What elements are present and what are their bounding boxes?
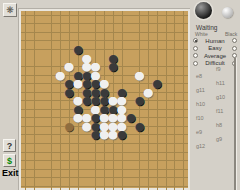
intersection[interactable] (162, 139, 171, 148)
intersection[interactable] (171, 139, 180, 148)
intersection[interactable] (153, 20, 162, 29)
intersection[interactable] (162, 54, 171, 63)
intersection[interactable] (21, 79, 30, 88)
intersection[interactable] (109, 11, 118, 20)
intersection[interactable] (47, 37, 56, 46)
intersection[interactable] (162, 165, 171, 174)
intersection[interactable] (30, 156, 39, 165)
intersection[interactable] (65, 165, 74, 174)
intersection[interactable] (21, 122, 30, 131)
intersection[interactable] (91, 156, 100, 165)
intersection[interactable] (171, 105, 180, 114)
intersection[interactable] (171, 71, 180, 80)
intersection[interactable] (135, 131, 144, 140)
intersection[interactable] (171, 96, 180, 105)
intersection[interactable] (162, 45, 171, 54)
intersection[interactable] (109, 71, 118, 80)
intersection[interactable] (153, 122, 162, 131)
intersection[interactable] (30, 37, 39, 46)
intersection[interactable] (179, 156, 188, 165)
intersection[interactable] (30, 173, 39, 182)
intersection[interactable] (39, 182, 48, 190)
intersection[interactable] (21, 165, 30, 174)
intersection[interactable] (39, 71, 48, 80)
intersection[interactable] (179, 139, 188, 148)
intersection[interactable] (144, 165, 153, 174)
intersection[interactable] (39, 88, 48, 97)
intersection[interactable] (135, 54, 144, 63)
intersection[interactable] (162, 156, 171, 165)
intersection[interactable] (118, 71, 127, 80)
intersection[interactable] (39, 62, 48, 71)
intersection[interactable] (153, 165, 162, 174)
intersection[interactable] (171, 156, 180, 165)
intersection[interactable] (83, 28, 92, 37)
intersection[interactable] (30, 20, 39, 29)
intersection[interactable] (100, 28, 109, 37)
intersection[interactable] (21, 88, 30, 97)
intersection[interactable] (171, 148, 180, 157)
intersection[interactable] (91, 139, 100, 148)
intersection[interactable] (153, 105, 162, 114)
intersection[interactable] (30, 105, 39, 114)
intersection[interactable] (118, 45, 127, 54)
intersection[interactable] (153, 148, 162, 157)
intersection[interactable] (162, 20, 171, 29)
intersection[interactable] (135, 165, 144, 174)
intersection[interactable] (39, 165, 48, 174)
intersection[interactable] (144, 54, 153, 63)
intersection[interactable] (56, 28, 65, 37)
intersection[interactable] (21, 96, 30, 105)
intersection[interactable] (100, 11, 109, 20)
intersection[interactable] (30, 96, 39, 105)
intersection[interactable] (83, 37, 92, 46)
intersection[interactable] (83, 139, 92, 148)
intersection[interactable] (83, 148, 92, 157)
intersection[interactable] (127, 54, 136, 63)
intersection[interactable] (171, 88, 180, 97)
intersection[interactable] (109, 173, 118, 182)
white-easy-radio[interactable] (193, 46, 198, 51)
intersection[interactable] (135, 45, 144, 54)
intersection[interactable] (127, 156, 136, 165)
intersection[interactable] (100, 20, 109, 29)
intersection[interactable] (144, 96, 153, 105)
intersection[interactable] (109, 20, 118, 29)
intersection[interactable] (21, 114, 30, 123)
intersection[interactable] (100, 148, 109, 157)
intersection[interactable] (179, 45, 188, 54)
intersection[interactable] (171, 114, 180, 123)
intersection[interactable] (47, 139, 56, 148)
intersection[interactable] (144, 131, 153, 140)
black-stone[interactable]: ● (153, 79, 162, 88)
intersection[interactable] (144, 122, 153, 131)
intersection[interactable] (47, 20, 56, 29)
intersection[interactable] (171, 37, 180, 46)
intersection[interactable] (109, 165, 118, 174)
intersection[interactable] (144, 173, 153, 182)
intersection[interactable] (171, 62, 180, 71)
intersection[interactable] (127, 11, 136, 20)
intersection[interactable] (100, 156, 109, 165)
intersection[interactable] (21, 131, 30, 140)
intersection[interactable] (47, 173, 56, 182)
intersection[interactable] (47, 28, 56, 37)
intersection[interactable] (39, 79, 48, 88)
intersection[interactable] (39, 37, 48, 46)
intersection[interactable] (65, 20, 74, 29)
intersection[interactable] (109, 28, 118, 37)
intersection[interactable] (153, 37, 162, 46)
intersection[interactable] (127, 28, 136, 37)
intersection[interactable] (127, 148, 136, 157)
intersection[interactable] (179, 165, 188, 174)
intersection[interactable] (39, 28, 48, 37)
intersection[interactable] (179, 122, 188, 131)
intersection[interactable] (74, 131, 83, 140)
intersection[interactable] (179, 96, 188, 105)
intersection[interactable] (127, 79, 136, 88)
intersection[interactable] (171, 79, 180, 88)
intersection[interactable] (47, 79, 56, 88)
intersection[interactable] (83, 20, 92, 29)
intersection[interactable] (91, 182, 100, 190)
intersection[interactable] (162, 122, 171, 131)
black-stone[interactable]: ● (109, 62, 118, 71)
intersection[interactable] (162, 28, 171, 37)
intersection[interactable] (30, 122, 39, 131)
intersection[interactable] (74, 28, 83, 37)
intersection[interactable] (83, 11, 92, 20)
intersection[interactable] (39, 122, 48, 131)
intersection[interactable] (171, 54, 180, 63)
intersection[interactable] (74, 148, 83, 157)
intersection[interactable] (162, 148, 171, 157)
intersection[interactable] (144, 105, 153, 114)
intersection[interactable] (74, 11, 83, 20)
intersection[interactable] (144, 139, 153, 148)
intersection[interactable] (30, 11, 39, 20)
intersection[interactable] (135, 105, 144, 114)
intersection[interactable] (47, 165, 56, 174)
intersection[interactable] (74, 139, 83, 148)
intersection[interactable] (179, 71, 188, 80)
intersection[interactable] (39, 156, 48, 165)
intersection[interactable] (171, 45, 180, 54)
intersection[interactable] (56, 156, 65, 165)
intersection[interactable] (74, 182, 83, 190)
intersection[interactable] (21, 173, 30, 182)
intersection[interactable] (127, 20, 136, 29)
intersection[interactable] (179, 182, 188, 190)
intersection[interactable] (135, 148, 144, 157)
black-stone[interactable]: ● (118, 131, 127, 140)
intersection[interactable] (47, 114, 56, 123)
intersection[interactable] (56, 165, 65, 174)
intersection[interactable] (56, 139, 65, 148)
intersection[interactable] (135, 156, 144, 165)
intersection[interactable] (118, 20, 127, 29)
intersection[interactable] (39, 131, 48, 140)
intersection[interactable] (162, 182, 171, 190)
intersection[interactable] (135, 173, 144, 182)
intersection[interactable] (30, 71, 39, 80)
intersection[interactable] (83, 156, 92, 165)
intersection[interactable] (179, 20, 188, 29)
intersection[interactable] (135, 182, 144, 190)
intersection[interactable] (30, 139, 39, 148)
intersection[interactable] (39, 54, 48, 63)
intersection[interactable] (91, 165, 100, 174)
intersection[interactable] (74, 165, 83, 174)
intersection[interactable] (56, 37, 65, 46)
intersection[interactable] (39, 105, 48, 114)
intersection[interactable] (21, 156, 30, 165)
intersection[interactable] (21, 148, 30, 157)
black-human-radio[interactable] (232, 38, 237, 43)
intersection[interactable] (30, 182, 39, 190)
intersection[interactable] (144, 28, 153, 37)
intersection[interactable] (83, 182, 92, 190)
intersection[interactable] (179, 114, 188, 123)
intersection[interactable] (56, 11, 65, 20)
intersection[interactable] (91, 11, 100, 20)
intersection[interactable] (144, 114, 153, 123)
intersection[interactable] (179, 131, 188, 140)
intersection[interactable] (91, 173, 100, 182)
intersection[interactable] (65, 182, 74, 190)
black-stone[interactable]: ● (135, 96, 144, 105)
new-game-button[interactable]: ❋ (3, 3, 17, 17)
intersection[interactable] (135, 139, 144, 148)
intersection[interactable] (127, 139, 136, 148)
intersection[interactable] (179, 148, 188, 157)
intersection[interactable] (65, 139, 74, 148)
intersection[interactable] (21, 11, 30, 20)
intersection[interactable] (179, 37, 188, 46)
intersection[interactable] (153, 45, 162, 54)
intersection[interactable] (162, 71, 171, 80)
intersection[interactable] (153, 11, 162, 20)
intersection[interactable] (162, 173, 171, 182)
intersection[interactable] (179, 11, 188, 20)
intersection[interactable] (21, 54, 30, 63)
intersection[interactable] (83, 173, 92, 182)
intersection[interactable] (171, 182, 180, 190)
intersection[interactable] (21, 62, 30, 71)
intersection[interactable] (47, 122, 56, 131)
intersection[interactable] (127, 165, 136, 174)
intersection[interactable] (162, 105, 171, 114)
intersection[interactable] (56, 131, 65, 140)
intersection[interactable] (21, 71, 30, 80)
intersection[interactable] (144, 20, 153, 29)
intersection[interactable] (65, 131, 74, 140)
intersection[interactable] (118, 148, 127, 157)
intersection[interactable] (171, 173, 180, 182)
intersection[interactable] (171, 165, 180, 174)
intersection[interactable] (65, 148, 74, 157)
intersection[interactable] (118, 165, 127, 174)
intersection[interactable] (91, 28, 100, 37)
intersection[interactable] (39, 148, 48, 157)
intersection[interactable] (100, 165, 109, 174)
intersection[interactable] (153, 96, 162, 105)
intersection[interactable] (100, 37, 109, 46)
intersection[interactable] (171, 28, 180, 37)
intersection[interactable] (118, 28, 127, 37)
intersection[interactable] (39, 11, 48, 20)
intersection[interactable] (30, 114, 39, 123)
game-board[interactable]: ●●●●●●●●●●●●●●●●●●●●●●●●●●●●●●●●●●●●●●●●… (19, 9, 190, 190)
intersection[interactable] (127, 45, 136, 54)
intersection[interactable] (30, 148, 39, 157)
intersection[interactable] (47, 156, 56, 165)
intersection[interactable] (21, 105, 30, 114)
intersection[interactable] (153, 182, 162, 190)
intersection[interactable] (153, 88, 162, 97)
board-grid[interactable]: ●●●●●●●●●●●●●●●●●●●●●●●●●●●●●●●●●●●●●●●●… (21, 11, 188, 190)
intersection[interactable] (47, 182, 56, 190)
intersection[interactable] (100, 182, 109, 190)
intersection[interactable] (153, 114, 162, 123)
intersection[interactable] (127, 131, 136, 140)
intersection[interactable] (171, 11, 180, 20)
intersection[interactable] (179, 105, 188, 114)
intersection[interactable] (162, 88, 171, 97)
intersection[interactable] (83, 165, 92, 174)
intersection[interactable] (39, 45, 48, 54)
intersection[interactable] (74, 20, 83, 29)
intersection[interactable] (47, 131, 56, 140)
intersection[interactable] (144, 45, 153, 54)
intersection[interactable] (56, 20, 65, 29)
intersection[interactable] (65, 173, 74, 182)
intersection[interactable] (144, 148, 153, 157)
intersection[interactable] (153, 62, 162, 71)
intersection[interactable] (47, 105, 56, 114)
intersection[interactable] (21, 182, 30, 190)
exit-button[interactable]: Exit (2, 168, 19, 178)
intersection[interactable] (144, 156, 153, 165)
intersection[interactable] (162, 11, 171, 20)
white-stone[interactable]: ● (135, 71, 144, 80)
intersection[interactable] (30, 62, 39, 71)
intersection[interactable] (56, 96, 65, 105)
intersection[interactable] (162, 37, 171, 46)
intersection[interactable] (39, 20, 48, 29)
intersection[interactable] (179, 79, 188, 88)
intersection[interactable] (30, 45, 39, 54)
intersection[interactable] (118, 37, 127, 46)
intersection[interactable] (21, 139, 30, 148)
intersection[interactable] (144, 37, 153, 46)
intersection[interactable] (153, 28, 162, 37)
intersection[interactable] (162, 114, 171, 123)
intersection[interactable] (91, 20, 100, 29)
money-button[interactable]: $ (3, 154, 16, 167)
intersection[interactable] (91, 45, 100, 54)
intersection[interactable] (65, 11, 74, 20)
intersection[interactable] (162, 62, 171, 71)
intersection[interactable] (65, 156, 74, 165)
black-easy-radio[interactable] (232, 46, 237, 51)
intersection[interactable] (47, 88, 56, 97)
move-list-scrollbar[interactable] (234, 58, 236, 190)
help-button[interactable]: ? (3, 139, 16, 152)
intersection[interactable] (109, 156, 118, 165)
intersection[interactable] (56, 173, 65, 182)
intersection[interactable] (162, 96, 171, 105)
tan-stone[interactable]: ● (65, 122, 74, 131)
intersection[interactable] (135, 11, 144, 20)
intersection[interactable] (39, 114, 48, 123)
intersection[interactable] (47, 148, 56, 157)
intersection[interactable] (91, 37, 100, 46)
intersection[interactable] (171, 122, 180, 131)
intersection[interactable] (118, 182, 127, 190)
intersection[interactable] (162, 131, 171, 140)
intersection[interactable] (144, 182, 153, 190)
intersection[interactable] (21, 45, 30, 54)
intersection[interactable] (56, 182, 65, 190)
intersection[interactable] (56, 45, 65, 54)
intersection[interactable] (39, 173, 48, 182)
intersection[interactable] (153, 139, 162, 148)
intersection[interactable] (179, 62, 188, 71)
intersection[interactable] (30, 165, 39, 174)
intersection[interactable] (109, 139, 118, 148)
white-stone[interactable]: ● (144, 88, 153, 97)
intersection[interactable] (91, 148, 100, 157)
intersection[interactable] (30, 54, 39, 63)
intersection[interactable] (135, 37, 144, 46)
intersection[interactable] (118, 11, 127, 20)
intersection[interactable] (39, 96, 48, 105)
intersection[interactable] (162, 79, 171, 88)
intersection[interactable] (30, 79, 39, 88)
intersection[interactable] (179, 28, 188, 37)
intersection[interactable] (171, 20, 180, 29)
intersection[interactable] (109, 37, 118, 46)
intersection[interactable] (56, 148, 65, 157)
intersection[interactable] (118, 139, 127, 148)
intersection[interactable] (135, 20, 144, 29)
intersection[interactable] (135, 28, 144, 37)
intersection[interactable] (21, 28, 30, 37)
intersection[interactable] (144, 11, 153, 20)
intersection[interactable] (21, 20, 30, 29)
black-stone[interactable]: ● (135, 122, 144, 131)
intersection[interactable] (30, 28, 39, 37)
intersection[interactable] (118, 173, 127, 182)
intersection[interactable] (100, 139, 109, 148)
intersection[interactable] (109, 182, 118, 190)
intersection[interactable] (144, 62, 153, 71)
intersection[interactable] (39, 139, 48, 148)
intersection[interactable] (153, 156, 162, 165)
intersection[interactable] (127, 37, 136, 46)
intersection[interactable] (179, 173, 188, 182)
intersection[interactable] (56, 105, 65, 114)
intersection[interactable] (127, 182, 136, 190)
intersection[interactable] (179, 54, 188, 63)
intersection[interactable] (47, 54, 56, 63)
intersection[interactable] (171, 131, 180, 140)
intersection[interactable] (179, 88, 188, 97)
